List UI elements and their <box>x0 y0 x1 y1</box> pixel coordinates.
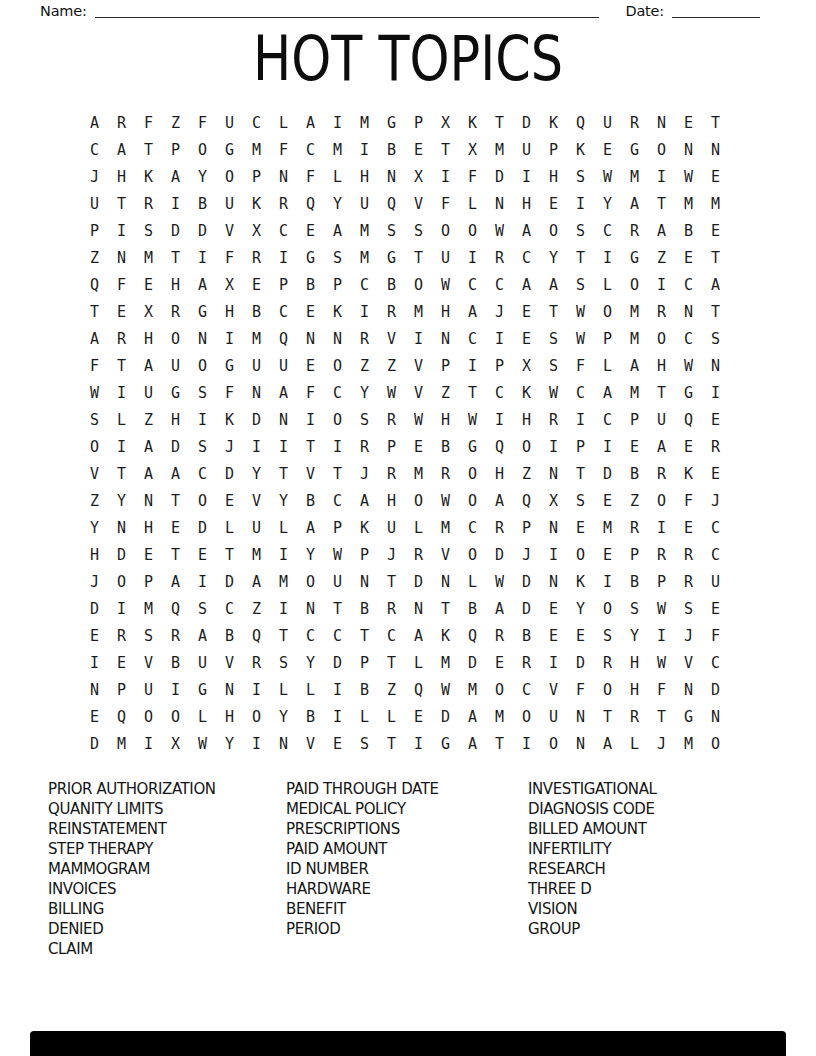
grid-cell: M <box>486 704 513 731</box>
grid-cell: I <box>567 407 594 434</box>
grid-cell: I <box>540 434 567 461</box>
grid-cell: H <box>81 542 108 569</box>
grid-cell: E <box>405 137 432 164</box>
grid-cell: E <box>702 164 729 191</box>
word-list-item: QUANITY LIMITS <box>48 799 216 819</box>
grid-cell: L <box>324 164 351 191</box>
grid-cell: Y <box>324 191 351 218</box>
grid-cell: R <box>540 407 567 434</box>
grid-cell: V <box>405 191 432 218</box>
grid-cell: P <box>648 569 675 596</box>
grid-cell: T <box>378 650 405 677</box>
grid-cell: M <box>621 299 648 326</box>
grid-cell: O <box>81 434 108 461</box>
grid-cell: H <box>513 407 540 434</box>
grid-cell: O <box>648 326 675 353</box>
grid-cell: Y <box>270 488 297 515</box>
grid-cell: M <box>351 218 378 245</box>
grid-cell: D <box>486 164 513 191</box>
grid-cell: J <box>81 569 108 596</box>
word-list-item: PRESCRIPTIONS <box>286 819 439 839</box>
grid-cell: E <box>594 137 621 164</box>
grid-cell: U <box>243 515 270 542</box>
grid-cell: Y <box>216 731 243 758</box>
grid-cell: M <box>243 542 270 569</box>
word-list-item: BENEFIT <box>286 899 439 919</box>
grid-cell: R <box>351 434 378 461</box>
grid-cell: H <box>162 407 189 434</box>
grid-cell: N <box>567 731 594 758</box>
grid-cell: U <box>648 407 675 434</box>
grid-cell: Q <box>162 596 189 623</box>
grid-cell: S <box>567 272 594 299</box>
grid-cell: O <box>513 704 540 731</box>
grid-cell: K <box>432 623 459 650</box>
grid-cell: K <box>567 137 594 164</box>
grid-cell: G <box>432 731 459 758</box>
grid-cell: L <box>405 650 432 677</box>
grid-cell: W <box>486 569 513 596</box>
grid-cell: U <box>432 245 459 272</box>
grid-cell: J <box>351 461 378 488</box>
grid-cell: O <box>648 137 675 164</box>
grid-cell: O <box>459 488 486 515</box>
grid-cell: E <box>675 515 702 542</box>
grid-cell: W <box>486 218 513 245</box>
grid-cell: L <box>405 515 432 542</box>
grid-cell: Z <box>243 596 270 623</box>
grid-cell: W <box>405 407 432 434</box>
grid-cell: S <box>567 218 594 245</box>
grid-cell: A <box>540 272 567 299</box>
grid-cell: U <box>324 569 351 596</box>
grid-cell: E <box>405 434 432 461</box>
grid-cell: B <box>243 299 270 326</box>
grid-cell: I <box>702 380 729 407</box>
grid-cell: I <box>297 407 324 434</box>
grid-cell: Z <box>621 488 648 515</box>
grid-cell: Y <box>297 650 324 677</box>
grid-cell: R <box>135 191 162 218</box>
grid-cell: D <box>324 650 351 677</box>
grid-cell: M <box>621 326 648 353</box>
grid-cell: K <box>459 110 486 137</box>
grid-cell: A <box>162 164 189 191</box>
grid-cell: F <box>108 272 135 299</box>
grid-cell: Q <box>108 704 135 731</box>
grid-cell: R <box>648 461 675 488</box>
grid-cell: F <box>216 380 243 407</box>
grid-cell: W <box>567 326 594 353</box>
grid-cell: O <box>648 488 675 515</box>
grid-cell: S <box>135 623 162 650</box>
grid-cell: G <box>378 110 405 137</box>
grid-cell: O <box>216 164 243 191</box>
grid-cell: A <box>189 272 216 299</box>
word-list-item: MEDICAL POLICY <box>286 799 439 819</box>
grid-cell: C <box>324 623 351 650</box>
grid-cell: V <box>297 461 324 488</box>
grid-cell: I <box>432 164 459 191</box>
grid-cell: H <box>621 677 648 704</box>
word-list-item: CLAIM <box>48 939 216 959</box>
grid-cell: I <box>459 245 486 272</box>
grid-cell: T <box>324 596 351 623</box>
grid-cell: E <box>135 542 162 569</box>
grid-cell: W <box>81 380 108 407</box>
grid-cell: K <box>540 110 567 137</box>
grid-cell: S <box>567 488 594 515</box>
grid-cell: O <box>243 704 270 731</box>
grid-cell: S <box>270 650 297 677</box>
grid-cell: G <box>621 245 648 272</box>
grid-cell: W <box>378 380 405 407</box>
grid-cell: U <box>243 353 270 380</box>
grid-cell: A <box>513 272 540 299</box>
grid-cell: A <box>513 218 540 245</box>
grid-cell: S <box>81 407 108 434</box>
grid-cell: T <box>432 137 459 164</box>
grid-cell: Q <box>378 191 405 218</box>
grid-cell: I <box>324 110 351 137</box>
grid-cell: W <box>324 542 351 569</box>
grid-cell: Y <box>270 704 297 731</box>
grid-cell: M <box>270 569 297 596</box>
grid-cell: P <box>108 677 135 704</box>
grid-cell: E <box>297 299 324 326</box>
grid-cell: Q <box>270 326 297 353</box>
grid-cell: I <box>135 731 162 758</box>
grid-cell: P <box>81 218 108 245</box>
grid-cell: L <box>270 110 297 137</box>
grid-cell: S <box>189 434 216 461</box>
grid-cell: A <box>81 110 108 137</box>
grid-cell: A <box>81 326 108 353</box>
grid-cell: M <box>351 245 378 272</box>
grid-cell: T <box>351 623 378 650</box>
grid-cell: F <box>648 677 675 704</box>
grid-cell: I <box>594 245 621 272</box>
grid-cell: R <box>621 515 648 542</box>
grid-cell: T <box>702 245 729 272</box>
grid-cell: B <box>378 272 405 299</box>
grid-cell: G <box>297 245 324 272</box>
grid-cell: L <box>621 731 648 758</box>
grid-cell: S <box>675 596 702 623</box>
grid-cell: V <box>675 650 702 677</box>
grid-cell: W <box>432 488 459 515</box>
grid-cell: E <box>135 272 162 299</box>
grid-cell: A <box>108 137 135 164</box>
grid-cell: J <box>216 434 243 461</box>
grid-cell: Z <box>378 677 405 704</box>
grid-cell: A <box>702 272 729 299</box>
word-list-column: PAID THROUGH DATEMEDICAL POLICYPRESCRIPT… <box>286 779 439 939</box>
grid-cell: S <box>540 353 567 380</box>
grid-cell: I <box>108 218 135 245</box>
grid-cell: I <box>351 137 378 164</box>
grid-cell: Q <box>243 623 270 650</box>
grid-cell: O <box>540 218 567 245</box>
grid-cell: O <box>513 434 540 461</box>
grid-cell: O <box>621 272 648 299</box>
grid-cell: X <box>243 218 270 245</box>
grid-cell: T <box>108 461 135 488</box>
grid-cell: B <box>351 677 378 704</box>
grid-cell: Z <box>351 353 378 380</box>
grid-cell: Y <box>108 488 135 515</box>
grid-cell: T <box>702 299 729 326</box>
grid-cell: D <box>216 569 243 596</box>
grid-cell: R <box>243 245 270 272</box>
grid-cell: M <box>351 110 378 137</box>
grid-cell: E <box>594 542 621 569</box>
grid-cell: D <box>513 596 540 623</box>
grid-cell: I <box>486 326 513 353</box>
grid-cell: S <box>351 731 378 758</box>
grid-cell: Q <box>81 272 108 299</box>
grid-cell: L <box>216 515 243 542</box>
grid-cell: A <box>459 299 486 326</box>
grid-cell: Z <box>432 380 459 407</box>
grid-cell: L <box>351 704 378 731</box>
grid-cell: I <box>594 569 621 596</box>
grid-cell: I <box>243 434 270 461</box>
grid-cell: N <box>324 326 351 353</box>
grid-cell: P <box>540 137 567 164</box>
grid-cell: C <box>270 218 297 245</box>
grid-cell: Q <box>513 488 540 515</box>
grid-cell: Y <box>297 542 324 569</box>
grid-cell: F <box>297 164 324 191</box>
grid-cell: T <box>378 569 405 596</box>
grid-cell: E <box>513 299 540 326</box>
grid-cell: C <box>513 677 540 704</box>
grid-cell: R <box>162 299 189 326</box>
grid-cell: G <box>189 677 216 704</box>
grid-cell: K <box>135 164 162 191</box>
grid-cell: C <box>378 623 405 650</box>
grid-cell: Y <box>351 380 378 407</box>
grid-cell: R <box>675 569 702 596</box>
grid-cell: K <box>513 380 540 407</box>
grid-cell: Y <box>621 623 648 650</box>
grid-cell: M <box>243 137 270 164</box>
grid-cell: H <box>135 515 162 542</box>
grid-cell: A <box>297 110 324 137</box>
grid-cell: E <box>81 623 108 650</box>
grid-cell: I <box>459 353 486 380</box>
grid-cell: P <box>486 353 513 380</box>
grid-cell: N <box>540 569 567 596</box>
grid-cell: L <box>378 704 405 731</box>
grid-cell: E <box>675 434 702 461</box>
grid-cell: I <box>540 542 567 569</box>
grid-cell: A <box>486 488 513 515</box>
grid-cell: E <box>189 542 216 569</box>
grid-cell: B <box>378 137 405 164</box>
grid-cell: F <box>567 353 594 380</box>
grid-cell: P <box>621 542 648 569</box>
grid-cell: A <box>162 569 189 596</box>
grid-cell: C <box>594 407 621 434</box>
grid-cell: K <box>324 299 351 326</box>
grid-cell: H <box>486 461 513 488</box>
grid-cell: R <box>351 326 378 353</box>
grid-cell: A <box>459 704 486 731</box>
grid-cell: I <box>486 407 513 434</box>
grid-cell: U <box>270 353 297 380</box>
grid-cell: J <box>486 299 513 326</box>
grid-cell: R <box>513 650 540 677</box>
grid-cell: O <box>405 488 432 515</box>
grid-cell: A <box>243 569 270 596</box>
grid-cell: T <box>540 299 567 326</box>
grid-cell: K <box>351 515 378 542</box>
footer-redaction-bar <box>30 1031 786 1056</box>
grid-cell: E <box>540 623 567 650</box>
grid-cell: N <box>189 326 216 353</box>
grid-cell: O <box>324 407 351 434</box>
grid-cell: T <box>270 461 297 488</box>
grid-cell: U <box>135 380 162 407</box>
grid-cell: T <box>648 191 675 218</box>
grid-cell: J <box>702 488 729 515</box>
grid-cell: P <box>378 434 405 461</box>
grid-cell: Q <box>405 677 432 704</box>
word-list-item: REINSTATEMENT <box>48 819 216 839</box>
word-search-grid: ARFZFUCLAIMGPXKTDKQURNETCATPOGMFCMIBETXM… <box>81 110 729 758</box>
grid-cell: O <box>459 461 486 488</box>
grid-cell: O <box>702 731 729 758</box>
grid-cell: O <box>594 677 621 704</box>
grid-cell: Y <box>594 191 621 218</box>
grid-cell: G <box>162 380 189 407</box>
grid-cell: V <box>216 650 243 677</box>
grid-cell: V <box>243 488 270 515</box>
grid-cell: B <box>297 272 324 299</box>
name-fill-line <box>95 2 600 18</box>
grid-cell: Y <box>189 164 216 191</box>
grid-cell: B <box>432 434 459 461</box>
grid-cell: N <box>378 164 405 191</box>
grid-cell: U <box>81 191 108 218</box>
grid-cell: E <box>108 299 135 326</box>
grid-cell: B <box>459 596 486 623</box>
grid-cell: C <box>702 515 729 542</box>
grid-cell: D <box>189 218 216 245</box>
grid-cell: P <box>351 542 378 569</box>
grid-cell: O <box>567 542 594 569</box>
grid-cell: T <box>135 137 162 164</box>
grid-cell: H <box>216 299 243 326</box>
grid-cell: I <box>594 434 621 461</box>
grid-cell: V <box>540 677 567 704</box>
grid-cell: V <box>405 380 432 407</box>
grid-cell: Z <box>135 407 162 434</box>
grid-cell: O <box>486 677 513 704</box>
grid-cell: U <box>351 191 378 218</box>
grid-cell: L <box>270 515 297 542</box>
grid-cell: N <box>297 596 324 623</box>
grid-cell: G <box>675 380 702 407</box>
grid-cell: E <box>567 623 594 650</box>
grid-cell: A <box>594 731 621 758</box>
grid-cell: O <box>432 218 459 245</box>
grid-cell: E <box>162 515 189 542</box>
grid-cell: E <box>540 596 567 623</box>
grid-cell: H <box>216 704 243 731</box>
grid-cell: R <box>648 542 675 569</box>
grid-cell: O <box>189 353 216 380</box>
grid-cell: C <box>324 488 351 515</box>
grid-cell: I <box>324 434 351 461</box>
grid-cell: N <box>540 515 567 542</box>
grid-cell: S <box>135 218 162 245</box>
grid-cell: I <box>540 650 567 677</box>
grid-cell: W <box>675 164 702 191</box>
grid-cell: E <box>324 731 351 758</box>
grid-cell: U <box>216 191 243 218</box>
grid-cell: L <box>459 191 486 218</box>
grid-cell: N <box>675 299 702 326</box>
grid-cell: A <box>486 596 513 623</box>
grid-cell: K <box>567 569 594 596</box>
grid-cell: W <box>567 299 594 326</box>
grid-cell: E <box>297 353 324 380</box>
grid-cell: D <box>81 596 108 623</box>
grid-cell: M <box>675 191 702 218</box>
grid-cell: U <box>540 704 567 731</box>
grid-cell: K <box>675 461 702 488</box>
grid-cell: C <box>81 137 108 164</box>
grid-cell: H <box>513 191 540 218</box>
grid-cell: J <box>81 164 108 191</box>
grid-cell: H <box>378 488 405 515</box>
grid-cell: B <box>513 623 540 650</box>
grid-cell: A <box>405 623 432 650</box>
grid-cell: P <box>135 569 162 596</box>
grid-cell: C <box>459 272 486 299</box>
grid-cell: C <box>702 542 729 569</box>
grid-cell: I <box>270 245 297 272</box>
grid-cell: Y <box>540 245 567 272</box>
grid-cell: R <box>648 299 675 326</box>
grid-cell: B <box>216 623 243 650</box>
grid-cell: M <box>621 164 648 191</box>
grid-cell: Y <box>81 515 108 542</box>
grid-cell: M <box>243 326 270 353</box>
grid-cell: N <box>135 488 162 515</box>
grid-cell: V <box>81 461 108 488</box>
grid-cell: G <box>675 704 702 731</box>
grid-cell: E <box>297 218 324 245</box>
grid-cell: O <box>324 353 351 380</box>
grid-cell: D <box>189 515 216 542</box>
grid-cell: W <box>459 407 486 434</box>
grid-cell: Z <box>648 245 675 272</box>
grid-cell: M <box>432 650 459 677</box>
grid-cell: G <box>216 137 243 164</box>
grid-cell: B <box>189 191 216 218</box>
grid-cell: N <box>216 677 243 704</box>
grid-cell: T <box>648 704 675 731</box>
word-list-item: MAMMOGRAM <box>48 859 216 879</box>
grid-cell: E <box>621 434 648 461</box>
grid-cell: N <box>702 704 729 731</box>
grid-cell: S <box>594 623 621 650</box>
grid-cell: D <box>432 704 459 731</box>
